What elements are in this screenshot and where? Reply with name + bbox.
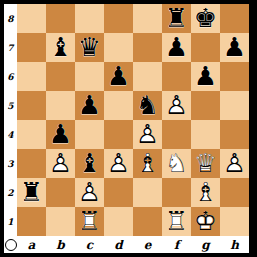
square-g6[interactable]: ♟ (191, 62, 220, 91)
square-c6[interactable] (75, 62, 104, 91)
square-g1[interactable]: ♚♔ (191, 207, 220, 236)
square-c3[interactable]: ♝ (75, 149, 104, 178)
black-king: ♚ (191, 4, 220, 33)
black-pawn: ♟ (162, 33, 191, 62)
square-h7[interactable]: ♟ (220, 33, 249, 62)
white-rook: ♜♖ (75, 207, 104, 236)
square-h2[interactable] (220, 178, 249, 207)
rank-label-1: 1 (4, 207, 17, 236)
square-b7[interactable]: ♝ (46, 33, 75, 62)
square-f3[interactable]: ♞♘ (162, 149, 191, 178)
square-h6[interactable] (220, 62, 249, 91)
square-g3[interactable]: ♛♕ (191, 149, 220, 178)
square-c4[interactable] (75, 120, 104, 149)
board-frame: 8♜♚7♝♛♟♟6♟♟5♟♞♟♙4♟♟♙3♟♙♝♟♙♝♗♞♘♛♕♟♙2♜♟♙♝♗… (0, 0, 257, 257)
square-f2[interactable] (162, 178, 191, 207)
file-label-c: c (75, 236, 104, 253)
white-bishop: ♝♗ (133, 149, 162, 178)
rank-label-5: 5 (4, 91, 17, 120)
file-label-d: d (104, 236, 133, 253)
black-pawn: ♟ (191, 62, 220, 91)
white-knight: ♞♘ (162, 149, 191, 178)
white-pawn: ♟♙ (75, 178, 104, 207)
rank-label-4: 4 (4, 120, 17, 149)
black-rook: ♜ (162, 4, 191, 33)
rank-label-7: 7 (4, 33, 17, 62)
square-f1[interactable]: ♜♖ (162, 207, 191, 236)
square-c5[interactable]: ♟ (75, 91, 104, 120)
square-d5[interactable] (104, 91, 133, 120)
square-d3[interactable]: ♟♙ (104, 149, 133, 178)
square-g5[interactable] (191, 91, 220, 120)
square-d1[interactable] (104, 207, 133, 236)
file-label-b: b (46, 236, 75, 253)
black-queen: ♛ (75, 33, 104, 62)
square-f4[interactable] (162, 120, 191, 149)
file-label-g: g (191, 236, 220, 253)
rank-label-6: 6 (4, 62, 17, 91)
square-f7[interactable]: ♟ (162, 33, 191, 62)
square-d4[interactable] (104, 120, 133, 149)
square-e6[interactable] (133, 62, 162, 91)
square-d8[interactable] (104, 4, 133, 33)
black-bishop: ♝ (75, 149, 104, 178)
black-rook: ♜ (17, 178, 46, 207)
white-rook: ♜♖ (162, 207, 191, 236)
square-g8[interactable]: ♚ (191, 4, 220, 33)
square-e1[interactable] (133, 207, 162, 236)
square-b6[interactable] (46, 62, 75, 91)
white-pawn: ♟♙ (104, 149, 133, 178)
square-b5[interactable] (46, 91, 75, 120)
white-pawn: ♟♙ (46, 149, 75, 178)
square-c1[interactable]: ♜♖ (75, 207, 104, 236)
square-a6[interactable] (17, 62, 46, 91)
square-c7[interactable]: ♛ (75, 33, 104, 62)
square-h5[interactable] (220, 91, 249, 120)
square-f5[interactable]: ♟♙ (162, 91, 191, 120)
white-queen: ♛♕ (191, 149, 220, 178)
file-label-e: e (133, 236, 162, 253)
square-f8[interactable]: ♜ (162, 4, 191, 33)
black-pawn: ♟ (104, 62, 133, 91)
rank-label-8: 8 (4, 4, 17, 33)
square-d6[interactable]: ♟ (104, 62, 133, 91)
square-e8[interactable] (133, 4, 162, 33)
square-b3[interactable]: ♟♙ (46, 149, 75, 178)
square-a7[interactable] (17, 33, 46, 62)
board-inner: 8♜♚7♝♛♟♟6♟♟5♟♞♟♙4♟♟♙3♟♙♝♟♙♝♗♞♘♛♕♟♙2♜♟♙♝♗… (4, 4, 249, 253)
square-b4[interactable]: ♟ (46, 120, 75, 149)
rank-label-2: 2 (4, 178, 17, 207)
square-a5[interactable] (17, 91, 46, 120)
square-f6[interactable] (162, 62, 191, 91)
square-c2[interactable]: ♟♙ (75, 178, 104, 207)
square-d2[interactable] (104, 178, 133, 207)
white-king: ♚♔ (191, 207, 220, 236)
square-e3[interactable]: ♝♗ (133, 149, 162, 178)
square-a2[interactable]: ♜ (17, 178, 46, 207)
square-b1[interactable] (46, 207, 75, 236)
square-e5[interactable]: ♞ (133, 91, 162, 120)
square-d7[interactable] (104, 33, 133, 62)
square-b8[interactable] (46, 4, 75, 33)
square-g7[interactable] (191, 33, 220, 62)
white-bishop: ♝♗ (191, 178, 220, 207)
square-e4[interactable]: ♟♙ (133, 120, 162, 149)
square-b2[interactable] (46, 178, 75, 207)
black-bishop: ♝ (46, 33, 75, 62)
square-a3[interactable] (17, 149, 46, 178)
file-label-f: f (162, 236, 191, 253)
black-pawn: ♟ (75, 91, 104, 120)
square-h8[interactable] (220, 4, 249, 33)
white-pawn: ♟♙ (220, 149, 249, 178)
chess-board: 8♜♚7♝♛♟♟6♟♟5♟♞♟♙4♟♟♙3♟♙♝♟♙♝♗♞♘♛♕♟♙2♜♟♙♝♗… (4, 4, 249, 253)
square-h3[interactable]: ♟♙ (220, 149, 249, 178)
square-a1[interactable] (17, 207, 46, 236)
white-pawn: ♟♙ (133, 120, 162, 149)
square-e7[interactable] (133, 33, 162, 62)
square-c8[interactable] (75, 4, 104, 33)
square-a4[interactable] (17, 120, 46, 149)
white-to-move-indicator (5, 239, 17, 251)
file-label-h: h (220, 236, 249, 253)
rank-label-3: 3 (4, 149, 17, 178)
square-h1[interactable] (220, 207, 249, 236)
corner-cell (4, 236, 17, 253)
black-pawn: ♟ (220, 33, 249, 62)
white-pawn: ♟♙ (162, 91, 191, 120)
square-a8[interactable] (17, 4, 46, 33)
file-label-a: a (17, 236, 46, 253)
square-h4[interactable] (220, 120, 249, 149)
square-e2[interactable] (133, 178, 162, 207)
square-g4[interactable] (191, 120, 220, 149)
black-knight: ♞ (133, 91, 162, 120)
black-pawn: ♟ (46, 120, 75, 149)
square-g2[interactable]: ♝♗ (191, 178, 220, 207)
